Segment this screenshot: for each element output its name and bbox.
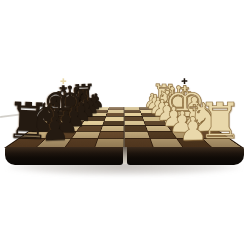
pieces-layer: ♜♞♝♛♚✚♝♞♜♟♟♟♟♟♟♟♟♟♟♟♟♟♟♟♟♜♞♝♛♚✚♝♞♜ [0,0,248,248]
chess-set-photo: ♜♞♝♛♚✚♝♞♜♟♟♟♟♟♟♟♟♟♟♟♟♟♟♟♟♜♞♝♛♚✚♝♞♜ [0,0,248,248]
king-cross-finial: ✚ [181,78,188,86]
king-cross-finial: ✚ [60,78,67,86]
piece-white-rook: ♜ [198,97,242,146]
piece-black-pawn: ♟ [40,113,70,146]
